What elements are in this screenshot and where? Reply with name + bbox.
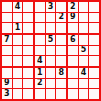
sudoku-cell-r5c9[interactable] xyxy=(89,46,99,56)
sudoku-cell-r7c6[interactable]: 8 xyxy=(56,68,66,78)
sudoku-cell-r6c7[interactable] xyxy=(68,56,78,66)
sudoku-cell-r4c4[interactable] xyxy=(35,35,45,45)
sudoku-cell-r5c6[interactable] xyxy=(56,46,66,56)
sudoku-cell-r4c3[interactable] xyxy=(23,35,33,45)
sudoku-box-r2c1: 7 xyxy=(2,35,33,66)
sudoku-cell-r2c4[interactable] xyxy=(35,13,45,23)
sudoku-cell-r8c7[interactable] xyxy=(68,79,78,89)
sudoku-cell-r2c2[interactable] xyxy=(13,13,23,23)
sudoku-cell-r4c2[interactable] xyxy=(13,35,23,45)
sudoku-cell-r7c9[interactable] xyxy=(89,68,99,78)
sudoku-cell-r3c9[interactable] xyxy=(89,23,99,33)
sudoku-cell-r4c9[interactable] xyxy=(89,35,99,45)
sudoku-cell-r4c5[interactable]: 5 xyxy=(46,35,56,45)
sudoku-board: 41322975465931824 xyxy=(0,0,101,101)
sudoku-cell-r8c6[interactable] xyxy=(56,79,66,89)
sudoku-cell-r3c1[interactable] xyxy=(2,23,12,33)
sudoku-cell-r3c4[interactable] xyxy=(35,23,45,33)
sudoku-box-r1c2: 32 xyxy=(35,2,66,33)
sudoku-cell-r5c8[interactable]: 5 xyxy=(79,46,89,56)
sudoku-cell-r4c6[interactable] xyxy=(56,35,66,45)
sudoku-cell-r2c8[interactable] xyxy=(79,13,89,23)
sudoku-box-r3c3: 4 xyxy=(68,68,99,99)
sudoku-cell-r1c5[interactable]: 3 xyxy=(46,2,56,12)
sudoku-cell-r5c1[interactable] xyxy=(2,46,12,56)
sudoku-cell-r6c2[interactable] xyxy=(13,56,23,66)
sudoku-cell-r3c7[interactable] xyxy=(68,23,78,33)
sudoku-cell-r9c8[interactable] xyxy=(79,89,89,99)
sudoku-cell-r8c2[interactable] xyxy=(13,79,23,89)
sudoku-cell-r5c5[interactable] xyxy=(46,46,56,56)
sudoku-cell-r1c8[interactable] xyxy=(79,2,89,12)
sudoku-cell-r5c7[interactable] xyxy=(68,46,78,56)
sudoku-box-r1c1: 41 xyxy=(2,2,33,33)
sudoku-cell-r7c4[interactable]: 1 xyxy=(35,68,45,78)
sudoku-cell-r5c2[interactable] xyxy=(13,46,23,56)
sudoku-cell-r6c4[interactable]: 4 xyxy=(35,56,45,66)
sudoku-cell-r2c7[interactable]: 9 xyxy=(68,13,78,23)
sudoku-cell-r9c5[interactable] xyxy=(46,89,56,99)
sudoku-cell-r9c9[interactable] xyxy=(89,89,99,99)
sudoku-cell-r1c7[interactable]: 2 xyxy=(68,2,78,12)
sudoku-box-r1c3: 29 xyxy=(68,2,99,33)
sudoku-cell-r3c6[interactable] xyxy=(56,23,66,33)
sudoku-cell-r9c4[interactable] xyxy=(35,89,45,99)
sudoku-cell-r9c3[interactable] xyxy=(23,89,33,99)
sudoku-cell-r6c8[interactable] xyxy=(79,56,89,66)
sudoku-cell-r2c1[interactable] xyxy=(2,13,12,23)
sudoku-cell-r8c3[interactable] xyxy=(23,79,33,89)
sudoku-cell-r1c6[interactable] xyxy=(56,2,66,12)
sudoku-cell-r2c9[interactable] xyxy=(89,13,99,23)
sudoku-cell-r4c7[interactable]: 6 xyxy=(68,35,78,45)
sudoku-cell-r9c7[interactable] xyxy=(68,89,78,99)
sudoku-cell-r1c9[interactable] xyxy=(89,2,99,12)
sudoku-cell-r2c3[interactable] xyxy=(23,13,33,23)
sudoku-cell-r3c2[interactable]: 1 xyxy=(13,23,23,33)
sudoku-cell-r5c4[interactable] xyxy=(35,46,45,56)
sudoku-cell-r8c1[interactable]: 9 xyxy=(2,79,12,89)
sudoku-cell-r6c1[interactable] xyxy=(2,56,12,66)
sudoku-box-r3c2: 182 xyxy=(35,68,66,99)
sudoku-cell-r2c6[interactable]: 2 xyxy=(56,13,66,23)
sudoku-cell-r1c3[interactable] xyxy=(23,2,33,12)
sudoku-cell-r2c5[interactable] xyxy=(46,13,56,23)
sudoku-cell-r8c8[interactable] xyxy=(79,79,89,89)
sudoku-box-r2c3: 65 xyxy=(68,35,99,66)
sudoku-box-r3c1: 93 xyxy=(2,68,33,99)
sudoku-box-r2c2: 54 xyxy=(35,35,66,66)
sudoku-cell-r7c8[interactable]: 4 xyxy=(79,68,89,78)
sudoku-cell-r7c1[interactable] xyxy=(2,68,12,78)
sudoku-cell-r6c9[interactable] xyxy=(89,56,99,66)
sudoku-cell-r3c8[interactable] xyxy=(79,23,89,33)
sudoku-cell-r7c2[interactable] xyxy=(13,68,23,78)
sudoku-cell-r9c2[interactable] xyxy=(13,89,23,99)
sudoku-cell-r3c3[interactable] xyxy=(23,23,33,33)
sudoku-cell-r9c6[interactable] xyxy=(56,89,66,99)
sudoku-cell-r9c1[interactable]: 3 xyxy=(2,89,12,99)
sudoku-cell-r4c1[interactable]: 7 xyxy=(2,35,12,45)
sudoku-cell-r7c3[interactable] xyxy=(23,68,33,78)
sudoku-cell-r8c5[interactable] xyxy=(46,79,56,89)
sudoku-cell-r8c4[interactable]: 2 xyxy=(35,79,45,89)
sudoku-cell-r1c1[interactable] xyxy=(2,2,12,12)
sudoku-cell-r3c5[interactable] xyxy=(46,23,56,33)
sudoku-cell-r7c7[interactable] xyxy=(68,68,78,78)
sudoku-cell-r8c9[interactable] xyxy=(89,79,99,89)
sudoku-cell-r6c5[interactable] xyxy=(46,56,56,66)
sudoku-cell-r1c4[interactable] xyxy=(35,2,45,12)
sudoku-cell-r4c8[interactable] xyxy=(79,35,89,45)
sudoku-cell-r5c3[interactable] xyxy=(23,46,33,56)
sudoku-cell-r7c5[interactable] xyxy=(46,68,56,78)
sudoku-cell-r6c6[interactable] xyxy=(56,56,66,66)
sudoku-cell-r1c2[interactable]: 4 xyxy=(13,2,23,12)
sudoku-cell-r6c3[interactable] xyxy=(23,56,33,66)
